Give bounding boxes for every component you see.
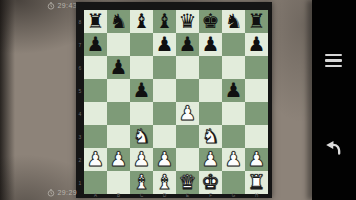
square-g1[interactable] xyxy=(222,171,245,194)
black-bishop[interactable]: ♝ xyxy=(156,10,174,33)
square-c6[interactable] xyxy=(130,56,153,79)
square-b6[interactable]: ♟ xyxy=(107,56,130,79)
black-rook[interactable]: ♜ xyxy=(87,10,105,33)
white-queen[interactable]: ♛ xyxy=(179,171,197,194)
square-g8[interactable]: ♞ xyxy=(222,10,245,33)
file-label-d: D xyxy=(153,194,176,198)
square-c5[interactable]: ♟ xyxy=(130,79,153,102)
white-bishop[interactable]: ♝ xyxy=(156,171,174,194)
white-pawn[interactable]: ♟ xyxy=(156,148,174,171)
square-a6[interactable] xyxy=(84,56,107,79)
rank-label-2: 2 xyxy=(76,148,84,171)
square-h8[interactable]: ♜ xyxy=(245,10,268,33)
rank-label-3: 3 xyxy=(76,125,84,148)
square-c4[interactable] xyxy=(130,102,153,125)
file-label-c: C xyxy=(130,194,153,198)
square-g2[interactable]: ♟ xyxy=(222,148,245,171)
white-pawn[interactable]: ♟ xyxy=(110,148,128,171)
square-f8[interactable]: ♚ xyxy=(199,10,222,33)
clock-icon xyxy=(47,2,55,10)
square-d1[interactable]: ♝ xyxy=(153,171,176,194)
square-d3[interactable] xyxy=(153,125,176,148)
square-g4[interactable] xyxy=(222,102,245,125)
square-c7[interactable] xyxy=(130,33,153,56)
white-pawn[interactable]: ♟ xyxy=(225,148,243,171)
white-rook[interactable]: ♜ xyxy=(248,171,266,194)
black-pawn[interactable]: ♟ xyxy=(202,33,220,56)
square-b5[interactable] xyxy=(107,79,130,102)
square-h6[interactable] xyxy=(245,56,268,79)
file-label-f: F xyxy=(199,194,222,198)
square-d5[interactable] xyxy=(153,79,176,102)
rank-labels: 87654321 xyxy=(76,10,84,194)
hamburger-menu-icon[interactable] xyxy=(325,54,343,68)
square-e6[interactable] xyxy=(176,56,199,79)
board-squares: ♜♞♝♝♛♚♞♜♟♟♟♟♟♟♟♟♟♞♞♟♟♟♟♟♟♟♝♝♛♚♜ xyxy=(84,10,268,194)
file-label-e: E xyxy=(176,194,199,198)
white-pawn[interactable]: ♟ xyxy=(248,148,266,171)
rank-label-4: 4 xyxy=(76,102,84,125)
square-g7[interactable] xyxy=(222,33,245,56)
white-pawn[interactable]: ♟ xyxy=(133,148,151,171)
square-h5[interactable] xyxy=(245,79,268,102)
square-b2[interactable]: ♟ xyxy=(107,148,130,171)
file-label-b: B xyxy=(107,194,130,198)
square-b7[interactable] xyxy=(107,33,130,56)
white-knight[interactable]: ♞ xyxy=(133,125,151,148)
square-a3[interactable] xyxy=(84,125,107,148)
side-nav-bar xyxy=(312,0,356,200)
square-h2[interactable]: ♟ xyxy=(245,148,268,171)
black-king[interactable]: ♚ xyxy=(202,10,220,33)
square-a8[interactable]: ♜ xyxy=(84,10,107,33)
square-d2[interactable]: ♟ xyxy=(153,148,176,171)
square-h3[interactable] xyxy=(245,125,268,148)
square-a2[interactable]: ♟ xyxy=(84,148,107,171)
black-pawn[interactable]: ♟ xyxy=(156,33,174,56)
square-e1[interactable]: ♛ xyxy=(176,171,199,194)
white-pawn[interactable]: ♟ xyxy=(179,102,197,125)
rank-label-8: 8 xyxy=(76,10,84,33)
white-clock-time: 29:29 xyxy=(57,189,77,197)
square-b8[interactable]: ♞ xyxy=(107,10,130,33)
square-e2[interactable] xyxy=(176,148,199,171)
white-king[interactable]: ♚ xyxy=(202,171,220,194)
square-e4[interactable]: ♟ xyxy=(176,102,199,125)
black-knight[interactable]: ♞ xyxy=(225,10,243,33)
square-e7[interactable]: ♟ xyxy=(176,33,199,56)
black-pawn[interactable]: ♟ xyxy=(87,33,105,56)
black-pawn[interactable]: ♟ xyxy=(248,33,266,56)
black-bishop[interactable]: ♝ xyxy=(133,10,151,33)
file-label-g: G xyxy=(222,194,245,198)
square-c3[interactable]: ♞ xyxy=(130,125,153,148)
square-e3[interactable] xyxy=(176,125,199,148)
chess-board: 87654321 ♜♞♝♝♛♚♞♜♟♟♟♟♟♟♟♟♟♞♞♟♟♟♟♟♟♟♝♝♛♚♜… xyxy=(76,2,272,198)
file-label-h: H xyxy=(245,194,268,198)
square-f1[interactable]: ♚ xyxy=(199,171,222,194)
black-pawn[interactable]: ♟ xyxy=(133,79,151,102)
black-pawn[interactable]: ♟ xyxy=(225,79,243,102)
square-f5[interactable] xyxy=(199,79,222,102)
square-a4[interactable] xyxy=(84,102,107,125)
square-d8[interactable]: ♝ xyxy=(153,10,176,33)
rank-label-5: 5 xyxy=(76,79,84,102)
square-g3[interactable] xyxy=(222,125,245,148)
square-c1[interactable]: ♝ xyxy=(130,171,153,194)
black-clock-time: 29:43 xyxy=(57,2,77,10)
rank-label-6: 6 xyxy=(76,56,84,79)
square-g5[interactable]: ♟ xyxy=(222,79,245,102)
square-b3[interactable] xyxy=(107,125,130,148)
square-h1[interactable]: ♜ xyxy=(245,171,268,194)
rank-label-7: 7 xyxy=(76,33,84,56)
square-d7[interactable]: ♟ xyxy=(153,33,176,56)
black-knight[interactable]: ♞ xyxy=(110,10,128,33)
square-h4[interactable] xyxy=(245,102,268,125)
square-c8[interactable]: ♝ xyxy=(130,10,153,33)
square-e5[interactable] xyxy=(176,79,199,102)
square-d4[interactable] xyxy=(153,102,176,125)
square-e8[interactable]: ♛ xyxy=(176,10,199,33)
black-rook[interactable]: ♜ xyxy=(248,10,266,33)
square-g6[interactable] xyxy=(222,56,245,79)
black-clock: 29:43 xyxy=(47,2,77,10)
square-b4[interactable] xyxy=(107,102,130,125)
square-f4[interactable] xyxy=(199,102,222,125)
black-queen[interactable]: ♛ xyxy=(179,10,197,33)
black-pawn[interactable]: ♟ xyxy=(110,56,128,79)
square-a1[interactable] xyxy=(84,171,107,194)
square-f3[interactable]: ♞ xyxy=(199,125,222,148)
square-f2[interactable]: ♟ xyxy=(199,148,222,171)
white-knight[interactable]: ♞ xyxy=(202,125,220,148)
white-pawn[interactable]: ♟ xyxy=(87,148,105,171)
square-c2[interactable]: ♟ xyxy=(130,148,153,171)
square-a7[interactable]: ♟ xyxy=(84,33,107,56)
square-f6[interactable] xyxy=(199,56,222,79)
square-d6[interactable] xyxy=(153,56,176,79)
clock-icon xyxy=(47,189,55,197)
rank-label-1: 1 xyxy=(76,171,84,194)
black-pawn[interactable]: ♟ xyxy=(179,33,197,56)
square-h7[interactable]: ♟ xyxy=(245,33,268,56)
app-screen: 29:43 87654321 ♜♞♝♝♛♚♞♜♟♟♟♟♟♟♟♟♟♞♞♟♟♟♟♟♟… xyxy=(0,0,356,200)
square-b1[interactable] xyxy=(107,171,130,194)
file-labels: ABCDEFGH xyxy=(84,194,268,198)
square-a5[interactable] xyxy=(84,79,107,102)
white-pawn[interactable]: ♟ xyxy=(202,148,220,171)
white-bishop[interactable]: ♝ xyxy=(133,171,151,194)
file-label-a: A xyxy=(84,194,107,198)
square-f7[interactable]: ♟ xyxy=(199,33,222,56)
undo-arrow-icon[interactable] xyxy=(323,138,345,160)
white-clock: 29:29 xyxy=(47,189,77,197)
